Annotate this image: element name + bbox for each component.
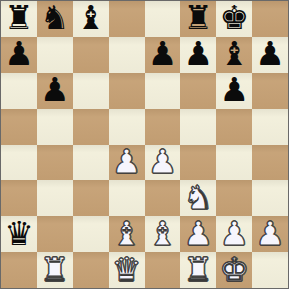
chess-board: ♜♞♝♜♚♟♟♟♝♟♟♟♟♟♞♛♝♝♟♟♟♜♛♜♚	[0, 0, 289, 289]
square-g4[interactable]	[216, 145, 252, 181]
square-c3[interactable]	[73, 180, 109, 216]
square-f4[interactable]	[180, 145, 216, 181]
square-a6[interactable]	[1, 73, 37, 109]
square-e8[interactable]	[145, 1, 181, 37]
square-h2[interactable]: ♟	[252, 216, 288, 252]
piece-black-pawn[interactable]: ♟	[255, 37, 285, 70]
square-e5[interactable]	[145, 109, 181, 145]
square-e3[interactable]	[145, 180, 181, 216]
square-d3[interactable]	[109, 180, 145, 216]
square-e2[interactable]: ♝	[145, 216, 181, 252]
square-f6[interactable]	[180, 73, 216, 109]
square-d8[interactable]	[109, 1, 145, 37]
square-e1[interactable]	[145, 252, 181, 288]
square-e4[interactable]: ♟	[145, 145, 181, 181]
square-h5[interactable]	[252, 109, 288, 145]
square-g6[interactable]: ♟	[216, 73, 252, 109]
square-f5[interactable]	[180, 109, 216, 145]
piece-black-pawn[interactable]: ♟	[184, 37, 214, 70]
square-c2[interactable]	[73, 216, 109, 252]
piece-black-bishop[interactable]: ♝	[219, 37, 249, 70]
piece-white-rook[interactable]: ♜	[184, 253, 214, 286]
square-h3[interactable]	[252, 180, 288, 216]
square-f2[interactable]: ♟	[180, 216, 216, 252]
square-b5[interactable]	[37, 109, 73, 145]
square-f8[interactable]: ♜	[180, 1, 216, 37]
square-b2[interactable]	[37, 216, 73, 252]
piece-black-pawn[interactable]: ♟	[219, 73, 249, 106]
square-e7[interactable]: ♟	[145, 37, 181, 73]
square-f1[interactable]: ♜	[180, 252, 216, 288]
square-a4[interactable]	[1, 145, 37, 181]
piece-white-bishop[interactable]: ♝	[112, 217, 142, 250]
piece-black-queen[interactable]: ♛	[4, 217, 34, 250]
square-d1[interactable]: ♛	[109, 252, 145, 288]
square-a7[interactable]: ♟	[1, 37, 37, 73]
square-c4[interactable]	[73, 145, 109, 181]
square-c1[interactable]	[73, 252, 109, 288]
chess-board-wrapper: ♜♞♝♜♚♟♟♟♝♟♟♟♟♟♞♛♝♝♟♟♟♜♛♜♚	[0, 0, 289, 289]
square-c8[interactable]: ♝	[73, 1, 109, 37]
piece-white-bishop[interactable]: ♝	[148, 217, 178, 250]
piece-white-rook[interactable]: ♜	[40, 253, 70, 286]
square-g1[interactable]: ♚	[216, 252, 252, 288]
square-a1[interactable]	[1, 252, 37, 288]
square-d7[interactable]	[109, 37, 145, 73]
square-g2[interactable]: ♟	[216, 216, 252, 252]
square-c7[interactable]	[73, 37, 109, 73]
square-b1[interactable]: ♜	[37, 252, 73, 288]
piece-black-king[interactable]: ♚	[219, 1, 249, 34]
square-g5[interactable]	[216, 109, 252, 145]
square-a5[interactable]	[1, 109, 37, 145]
piece-black-pawn[interactable]: ♟	[40, 73, 70, 106]
square-a3[interactable]	[1, 180, 37, 216]
piece-white-pawn[interactable]: ♟	[184, 217, 214, 250]
square-f7[interactable]: ♟	[180, 37, 216, 73]
piece-white-pawn[interactable]: ♟	[112, 145, 142, 178]
square-g3[interactable]	[216, 180, 252, 216]
piece-white-pawn[interactable]: ♟	[255, 217, 285, 250]
square-f3[interactable]: ♞	[180, 180, 216, 216]
square-b4[interactable]	[37, 145, 73, 181]
square-b6[interactable]: ♟	[37, 73, 73, 109]
square-b3[interactable]	[37, 180, 73, 216]
piece-black-knight[interactable]: ♞	[40, 1, 70, 34]
square-d6[interactable]	[109, 73, 145, 109]
square-d2[interactable]: ♝	[109, 216, 145, 252]
square-h6[interactable]	[252, 73, 288, 109]
square-b7[interactable]	[37, 37, 73, 73]
piece-white-pawn[interactable]: ♟	[148, 145, 178, 178]
piece-white-knight[interactable]: ♞	[184, 181, 214, 214]
piece-black-pawn[interactable]: ♟	[148, 37, 178, 70]
piece-black-bishop[interactable]: ♝	[76, 1, 106, 34]
square-d4[interactable]: ♟	[109, 145, 145, 181]
piece-white-queen[interactable]: ♛	[112, 253, 142, 286]
piece-white-king[interactable]: ♚	[219, 253, 249, 286]
square-e6[interactable]	[145, 73, 181, 109]
piece-black-rook[interactable]: ♜	[184, 1, 214, 34]
square-b8[interactable]: ♞	[37, 1, 73, 37]
square-g8[interactable]: ♚	[216, 1, 252, 37]
piece-black-pawn[interactable]: ♟	[4, 37, 34, 70]
square-a2[interactable]: ♛	[1, 216, 37, 252]
square-h4[interactable]	[252, 145, 288, 181]
piece-white-pawn[interactable]: ♟	[219, 217, 249, 250]
square-g7[interactable]: ♝	[216, 37, 252, 73]
square-a8[interactable]: ♜	[1, 1, 37, 37]
square-h1[interactable]	[252, 252, 288, 288]
square-c5[interactable]	[73, 109, 109, 145]
square-c6[interactable]	[73, 73, 109, 109]
square-h8[interactable]	[252, 1, 288, 37]
piece-black-rook[interactable]: ♜	[4, 1, 34, 34]
square-d5[interactable]	[109, 109, 145, 145]
square-h7[interactable]: ♟	[252, 37, 288, 73]
